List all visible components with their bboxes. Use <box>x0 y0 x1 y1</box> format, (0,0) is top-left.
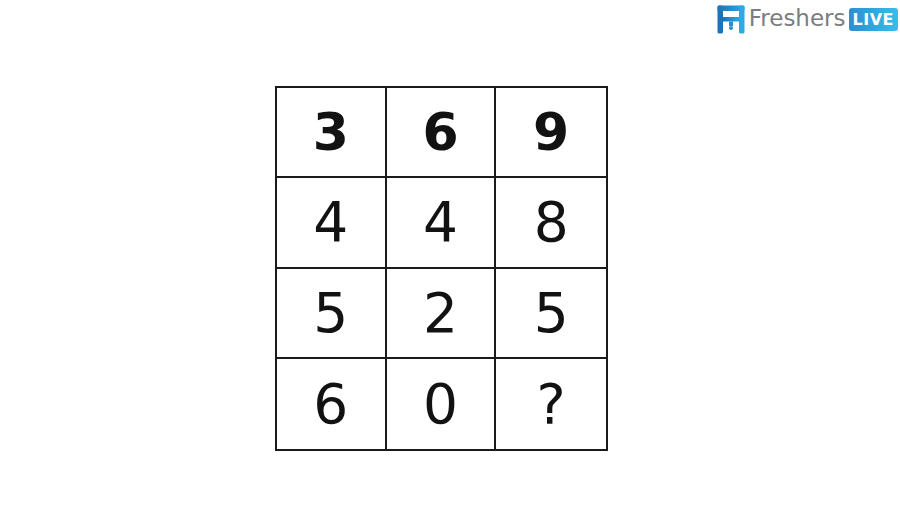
cell-r1c1: 3 <box>277 88 387 178</box>
brand-name-text: Freshers <box>749 7 846 32</box>
puzzle-grid: 3 6 9 4 4 8 5 2 5 6 0 ? <box>275 86 608 451</box>
cell-r4c2: 0 <box>387 359 497 449</box>
cell-r3c2: 2 <box>387 269 497 359</box>
fresherslive-fl-monogram-icon <box>716 4 746 35</box>
cell-r3c3: 5 <box>496 269 606 359</box>
cell-r2c2: 4 <box>387 178 497 268</box>
puzzle-page: Freshers LIVE 3 6 9 4 4 8 5 2 5 6 0 ? <box>0 0 900 506</box>
cell-r2c3: 8 <box>496 178 606 268</box>
cell-r1c2: 6 <box>387 88 497 178</box>
cell-r1c3: 9 <box>496 88 606 178</box>
fresherslive-logo: Freshers LIVE <box>716 4 898 35</box>
cell-r4c1: 6 <box>277 359 387 449</box>
cell-r4c3-missing-value: ? <box>496 359 606 449</box>
cell-r2c1: 4 <box>277 178 387 268</box>
brand-live-badge: LIVE <box>849 8 898 31</box>
cell-r3c1: 5 <box>277 269 387 359</box>
